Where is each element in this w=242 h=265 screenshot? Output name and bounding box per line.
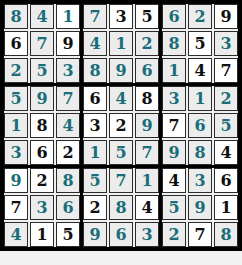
cell-r5c4[interactable]: 3 xyxy=(83,113,107,138)
cell-r3c7[interactable]: 1 xyxy=(162,58,186,83)
cell-r4c8[interactable]: 1 xyxy=(188,86,212,111)
cell-r8c1[interactable]: 7 xyxy=(4,195,28,220)
box-5: 648329157 xyxy=(83,86,159,165)
cell-r9c7[interactable]: 2 xyxy=(162,222,186,247)
cell-r5c6[interactable]: 9 xyxy=(135,113,159,138)
cell-r2c5[interactable]: 1 xyxy=(109,31,133,56)
cell-r4c1[interactable]: 5 xyxy=(4,86,28,111)
cell-r1c6[interactable]: 5 xyxy=(135,4,159,29)
cell-r8c6[interactable]: 4 xyxy=(135,195,159,220)
cell-r3c4[interactable]: 8 xyxy=(83,58,107,83)
cell-r7c4[interactable]: 5 xyxy=(83,168,107,193)
cell-r8c3[interactable]: 6 xyxy=(56,195,80,220)
cell-r5c2[interactable]: 8 xyxy=(30,113,54,138)
cell-r4c7[interactable]: 3 xyxy=(162,86,186,111)
cell-r7c6[interactable]: 1 xyxy=(135,168,159,193)
cell-r6c2[interactable]: 6 xyxy=(30,140,54,165)
box-8: 571284963 xyxy=(83,168,159,247)
cell-r7c9[interactable]: 6 xyxy=(214,168,238,193)
cell-r8c4[interactable]: 2 xyxy=(83,195,107,220)
cell-r7c7[interactable]: 4 xyxy=(162,168,186,193)
cell-r5c8[interactable]: 6 xyxy=(188,113,212,138)
cell-r4c5[interactable]: 4 xyxy=(109,86,133,111)
cell-r2c8[interactable]: 5 xyxy=(188,31,212,56)
cell-r7c8[interactable]: 3 xyxy=(188,168,212,193)
cell-r9c9[interactable]: 8 xyxy=(214,222,238,247)
cell-r3c6[interactable]: 6 xyxy=(135,58,159,83)
cell-r1c2[interactable]: 4 xyxy=(30,4,54,29)
cell-r4c6[interactable]: 8 xyxy=(135,86,159,111)
cell-r8c2[interactable]: 3 xyxy=(30,195,54,220)
cell-r6c4[interactable]: 1 xyxy=(83,140,107,165)
cell-r4c9[interactable]: 2 xyxy=(214,86,238,111)
cell-r6c5[interactable]: 5 xyxy=(109,140,133,165)
cell-r1c3[interactable]: 1 xyxy=(56,4,80,29)
cell-r6c6[interactable]: 7 xyxy=(135,140,159,165)
cell-r4c2[interactable]: 9 xyxy=(30,86,54,111)
cell-r1c9[interactable]: 9 xyxy=(214,4,238,29)
cell-r5c7[interactable]: 7 xyxy=(162,113,186,138)
sudoku-board: 8416792537354128966298531475971843626483… xyxy=(0,0,242,251)
box-3: 629853147 xyxy=(162,4,238,83)
box-7: 928736415 xyxy=(4,168,80,247)
cell-r2c2[interactable]: 7 xyxy=(30,31,54,56)
cell-r7c3[interactable]: 8 xyxy=(56,168,80,193)
cell-r3c2[interactable]: 5 xyxy=(30,58,54,83)
cell-r2c9[interactable]: 3 xyxy=(214,31,238,56)
cell-r1c8[interactable]: 2 xyxy=(188,4,212,29)
cell-r2c1[interactable]: 6 xyxy=(4,31,28,56)
cell-r1c5[interactable]: 3 xyxy=(109,4,133,29)
cell-r3c3[interactable]: 3 xyxy=(56,58,80,83)
cell-r8c7[interactable]: 5 xyxy=(162,195,186,220)
box-2: 735412896 xyxy=(83,4,159,83)
cell-r9c6[interactable]: 3 xyxy=(135,222,159,247)
cell-r6c9[interactable]: 4 xyxy=(214,140,238,165)
cell-r3c9[interactable]: 7 xyxy=(214,58,238,83)
cell-r2c3[interactable]: 9 xyxy=(56,31,80,56)
cell-r2c4[interactable]: 4 xyxy=(83,31,107,56)
cell-r7c1[interactable]: 9 xyxy=(4,168,28,193)
box-6: 312765984 xyxy=(162,86,238,165)
cell-r9c2[interactable]: 1 xyxy=(30,222,54,247)
cell-r6c7[interactable]: 9 xyxy=(162,140,186,165)
cell-r1c1[interactable]: 8 xyxy=(4,4,28,29)
cell-r5c1[interactable]: 1 xyxy=(4,113,28,138)
cell-r8c5[interactable]: 8 xyxy=(109,195,133,220)
cell-r3c5[interactable]: 9 xyxy=(109,58,133,83)
cell-r6c8[interactable]: 8 xyxy=(188,140,212,165)
cell-r9c4[interactable]: 9 xyxy=(83,222,107,247)
cell-r4c4[interactable]: 6 xyxy=(83,86,107,111)
box-4: 597184362 xyxy=(4,86,80,165)
cell-r8c8[interactable]: 9 xyxy=(188,195,212,220)
cell-r2c6[interactable]: 2 xyxy=(135,31,159,56)
cell-r3c1[interactable]: 2 xyxy=(4,58,28,83)
cell-r9c8[interactable]: 7 xyxy=(188,222,212,247)
box-9: 436591278 xyxy=(162,168,238,247)
cell-r6c3[interactable]: 2 xyxy=(56,140,80,165)
cell-r7c5[interactable]: 7 xyxy=(109,168,133,193)
cell-r5c5[interactable]: 2 xyxy=(109,113,133,138)
cell-r9c5[interactable]: 6 xyxy=(109,222,133,247)
cell-r4c3[interactable]: 7 xyxy=(56,86,80,111)
cell-r7c2[interactable]: 2 xyxy=(30,168,54,193)
cell-r1c4[interactable]: 7 xyxy=(83,4,107,29)
cell-r9c1[interactable]: 4 xyxy=(4,222,28,247)
box-1: 841679253 xyxy=(4,4,80,83)
cell-r8c9[interactable]: 1 xyxy=(214,195,238,220)
cell-r6c1[interactable]: 3 xyxy=(4,140,28,165)
cell-r1c7[interactable]: 6 xyxy=(162,4,186,29)
cell-r5c3[interactable]: 4 xyxy=(56,113,80,138)
cell-r3c8[interactable]: 4 xyxy=(188,58,212,83)
cell-r5c9[interactable]: 5 xyxy=(214,113,238,138)
cell-r9c3[interactable]: 5 xyxy=(56,222,80,247)
cell-r2c7[interactable]: 8 xyxy=(162,31,186,56)
